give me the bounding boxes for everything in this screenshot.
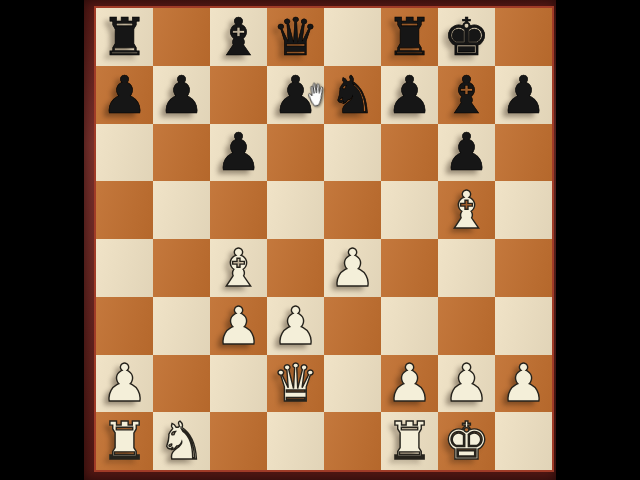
square-h4[interactable] xyxy=(495,239,552,297)
black-bishop-g7[interactable]: ♝ xyxy=(443,69,490,121)
square-e8[interactable] xyxy=(324,8,381,66)
black-knight-e7[interactable]: ♞ xyxy=(329,69,376,121)
square-f7[interactable]: ♟ xyxy=(381,66,438,124)
black-queen-d8[interactable]: ♛ xyxy=(272,11,319,63)
square-e7[interactable]: ♞ xyxy=(324,66,381,124)
square-f2[interactable]: ♟ xyxy=(381,355,438,413)
square-g5[interactable]: ♝ xyxy=(438,181,495,239)
white-pawn-e4[interactable]: ♟ xyxy=(329,242,376,294)
square-c5[interactable] xyxy=(210,181,267,239)
black-pawn-c6[interactable]: ♟ xyxy=(215,126,262,178)
square-a2[interactable]: ♟ xyxy=(96,355,153,413)
square-e3[interactable] xyxy=(324,297,381,355)
video-frame: ♜♝♛♜♚♟♟♟♞♟♝♟♟♟♝♝♟♟♟♟♛♟♟♟♜♞♜♚ xyxy=(0,0,640,480)
square-b2[interactable] xyxy=(153,355,210,413)
square-f3[interactable] xyxy=(381,297,438,355)
square-f6[interactable] xyxy=(381,124,438,182)
square-a3[interactable] xyxy=(96,297,153,355)
square-h6[interactable] xyxy=(495,124,552,182)
black-pawn-a7[interactable]: ♟ xyxy=(101,69,148,121)
white-pawn-h2[interactable]: ♟ xyxy=(500,357,547,409)
black-pawn-b7[interactable]: ♟ xyxy=(158,69,205,121)
square-e1[interactable] xyxy=(324,412,381,470)
square-d4[interactable] xyxy=(267,239,324,297)
black-bishop-c8[interactable]: ♝ xyxy=(215,11,262,63)
square-a4[interactable] xyxy=(96,239,153,297)
white-pawn-d3[interactable]: ♟ xyxy=(272,300,319,352)
square-b5[interactable] xyxy=(153,181,210,239)
square-g1[interactable]: ♚ xyxy=(438,412,495,470)
square-b7[interactable]: ♟ xyxy=(153,66,210,124)
board-frame: ♜♝♛♜♚♟♟♟♞♟♝♟♟♟♝♝♟♟♟♟♛♟♟♟♜♞♜♚ xyxy=(84,0,556,480)
square-f4[interactable] xyxy=(381,239,438,297)
square-d8[interactable]: ♛ xyxy=(267,8,324,66)
white-rook-f1[interactable]: ♜ xyxy=(386,415,433,467)
square-h2[interactable]: ♟ xyxy=(495,355,552,413)
black-pawn-g6[interactable]: ♟ xyxy=(443,126,490,178)
white-pawn-f2[interactable]: ♟ xyxy=(386,357,433,409)
letterbox-left xyxy=(0,0,84,480)
square-c7[interactable] xyxy=(210,66,267,124)
square-b3[interactable] xyxy=(153,297,210,355)
square-g7[interactable]: ♝ xyxy=(438,66,495,124)
square-d6[interactable] xyxy=(267,124,324,182)
square-b6[interactable] xyxy=(153,124,210,182)
black-rook-a8[interactable]: ♜ xyxy=(101,11,148,63)
square-h3[interactable] xyxy=(495,297,552,355)
square-c8[interactable]: ♝ xyxy=(210,8,267,66)
square-a8[interactable]: ♜ xyxy=(96,8,153,66)
square-h7[interactable]: ♟ xyxy=(495,66,552,124)
white-bishop-g5[interactable]: ♝ xyxy=(443,184,490,236)
square-g3[interactable] xyxy=(438,297,495,355)
square-c2[interactable] xyxy=(210,355,267,413)
letterbox-right xyxy=(556,0,640,480)
black-pawn-h7[interactable]: ♟ xyxy=(500,69,547,121)
square-c4[interactable]: ♝ xyxy=(210,239,267,297)
square-e4[interactable]: ♟ xyxy=(324,239,381,297)
square-g6[interactable]: ♟ xyxy=(438,124,495,182)
square-a7[interactable]: ♟ xyxy=(96,66,153,124)
square-g2[interactable]: ♟ xyxy=(438,355,495,413)
white-knight-b1[interactable]: ♞ xyxy=(158,415,205,467)
square-g8[interactable]: ♚ xyxy=(438,8,495,66)
square-b1[interactable]: ♞ xyxy=(153,412,210,470)
square-a5[interactable] xyxy=(96,181,153,239)
square-a6[interactable] xyxy=(96,124,153,182)
square-h5[interactable] xyxy=(495,181,552,239)
square-d7[interactable]: ♟ xyxy=(267,66,324,124)
square-b8[interactable] xyxy=(153,8,210,66)
square-c1[interactable] xyxy=(210,412,267,470)
white-rook-a1[interactable]: ♜ xyxy=(101,415,148,467)
square-f1[interactable]: ♜ xyxy=(381,412,438,470)
square-c3[interactable]: ♟ xyxy=(210,297,267,355)
square-b4[interactable] xyxy=(153,239,210,297)
square-f5[interactable] xyxy=(381,181,438,239)
square-f8[interactable]: ♜ xyxy=(381,8,438,66)
black-pawn-f7[interactable]: ♟ xyxy=(386,69,433,121)
white-pawn-g2[interactable]: ♟ xyxy=(443,357,490,409)
white-king-g1[interactable]: ♚ xyxy=(443,415,490,467)
square-h1[interactable] xyxy=(495,412,552,470)
black-rook-f8[interactable]: ♜ xyxy=(386,11,433,63)
square-d5[interactable] xyxy=(267,181,324,239)
black-king-g8[interactable]: ♚ xyxy=(443,11,490,63)
square-e2[interactable] xyxy=(324,355,381,413)
square-h8[interactable] xyxy=(495,8,552,66)
square-d3[interactable]: ♟ xyxy=(267,297,324,355)
square-e5[interactable] xyxy=(324,181,381,239)
white-pawn-c3[interactable]: ♟ xyxy=(215,300,262,352)
square-e6[interactable] xyxy=(324,124,381,182)
square-d2[interactable]: ♛ xyxy=(267,355,324,413)
black-pawn-d7[interactable]: ♟ xyxy=(272,69,319,121)
square-c6[interactable]: ♟ xyxy=(210,124,267,182)
white-pawn-a2[interactable]: ♟ xyxy=(101,357,148,409)
square-g4[interactable] xyxy=(438,239,495,297)
chess-board: ♜♝♛♜♚♟♟♟♞♟♝♟♟♟♝♝♟♟♟♟♛♟♟♟♜♞♜♚ xyxy=(96,8,552,470)
square-d1[interactable] xyxy=(267,412,324,470)
square-a1[interactable]: ♜ xyxy=(96,412,153,470)
white-queen-d2[interactable]: ♛ xyxy=(272,357,319,409)
white-bishop-c4[interactable]: ♝ xyxy=(215,242,262,294)
